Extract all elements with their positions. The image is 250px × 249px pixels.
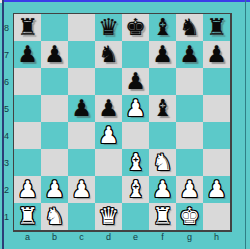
square-e5[interactable]: ♟ [122,95,149,122]
black-pawn: ♟ [44,41,65,68]
rank-label-2: 2 [0,176,13,203]
square-e1[interactable] [122,203,149,230]
white-pawn: ♟ [125,95,146,122]
square-b2[interactable]: ♟ [41,176,68,203]
black-bishop: ♝ [152,14,173,41]
square-f5[interactable]: ♝ [149,95,176,122]
square-e7[interactable] [122,41,149,68]
white-pawn: ♟ [179,176,200,203]
square-b8[interactable] [41,14,68,41]
black-bishop: ♝ [152,95,173,122]
square-f4[interactable] [149,122,176,149]
white-pawn: ♟ [17,176,38,203]
black-pawn: ♟ [71,95,92,122]
rank-label-1: 1 [0,203,13,230]
file-label-g: g [176,232,203,244]
chess-board[interactable]: ♜♛♚♝♞♜♟♟♞♟♟♟♟♟♟♟♝♟♝♞♟♟♟♝♟♟♟♜♞♛♜♚ [13,13,232,232]
black-pawn: ♟ [17,41,38,68]
rank-label-5: 5 [0,95,13,122]
square-f6[interactable] [149,68,176,95]
file-label-h: h [203,232,230,244]
rank-label-8: 8 [0,14,13,41]
square-d1[interactable]: ♛ [95,203,122,230]
file-label-e: e [122,232,149,244]
square-e2[interactable]: ♝ [122,176,149,203]
square-d5[interactable]: ♟ [95,95,122,122]
black-rook: ♜ [206,14,227,41]
square-h1[interactable] [203,203,230,230]
square-f1[interactable]: ♜ [149,203,176,230]
square-h3[interactable] [203,149,230,176]
square-c5[interactable]: ♟ [68,95,95,122]
square-a5[interactable] [14,95,41,122]
white-pawn: ♟ [206,176,227,203]
square-b4[interactable] [41,122,68,149]
square-g6[interactable] [176,68,203,95]
black-knight: ♞ [98,41,119,68]
square-a1[interactable]: ♜ [14,203,41,230]
white-pawn: ♟ [152,176,173,203]
square-g2[interactable]: ♟ [176,176,203,203]
file-label-d: d [95,232,122,244]
black-pawn: ♟ [206,41,227,68]
square-e4[interactable] [122,122,149,149]
white-bishop: ♝ [125,149,146,176]
file-label-c: c [68,232,95,244]
square-f3[interactable]: ♞ [149,149,176,176]
square-c1[interactable] [68,203,95,230]
white-rook: ♜ [17,203,38,230]
black-queen: ♛ [98,14,119,41]
white-bishop: ♝ [125,176,146,203]
square-b5[interactable] [41,95,68,122]
square-c4[interactable] [68,122,95,149]
square-g4[interactable] [176,122,203,149]
square-a6[interactable] [14,68,41,95]
square-h6[interactable] [203,68,230,95]
square-h2[interactable]: ♟ [203,176,230,203]
black-pawn: ♟ [179,41,200,68]
rank-labels: 87654321 [0,14,13,230]
window-frame-top [3,0,250,2]
square-b3[interactable] [41,149,68,176]
square-e6[interactable]: ♟ [122,68,149,95]
rank-label-7: 7 [0,41,13,68]
square-e8[interactable]: ♚ [122,14,149,41]
square-g3[interactable] [176,149,203,176]
square-d2[interactable] [95,176,122,203]
chess-app-window: 87654321 ♜♛♚♝♞♜♟♟♞♟♟♟♟♟♟♟♝♟♝♞♟♟♟♝♟♟♟♜♞♛♜… [0,0,250,249]
file-label-b: b [41,232,68,244]
rank-label-6: 6 [0,68,13,95]
square-h4[interactable] [203,122,230,149]
square-e3[interactable]: ♝ [122,149,149,176]
black-pawn: ♟ [98,95,119,122]
square-h7[interactable]: ♟ [203,41,230,68]
square-h8[interactable]: ♜ [203,14,230,41]
black-pawn: ♟ [152,41,173,68]
rank-label-4: 4 [0,122,13,149]
square-f8[interactable]: ♝ [149,14,176,41]
square-c2[interactable]: ♟ [68,176,95,203]
square-c7[interactable] [68,41,95,68]
white-queen: ♛ [98,203,119,230]
square-a4[interactable] [14,122,41,149]
square-a8[interactable]: ♜ [14,14,41,41]
white-rook: ♜ [152,203,173,230]
square-f7[interactable]: ♟ [149,41,176,68]
square-a2[interactable]: ♟ [14,176,41,203]
square-h5[interactable] [203,95,230,122]
white-pawn: ♟ [71,176,92,203]
square-g7[interactable]: ♟ [176,41,203,68]
square-g5[interactable] [176,95,203,122]
square-b6[interactable] [41,68,68,95]
square-b1[interactable]: ♞ [41,203,68,230]
square-d7[interactable]: ♞ [95,41,122,68]
black-rook: ♜ [17,14,38,41]
square-d4[interactable]: ♟ [95,122,122,149]
rank-label-3: 3 [0,149,13,176]
square-a7[interactable]: ♟ [14,41,41,68]
black-knight: ♞ [179,14,200,41]
square-d3[interactable] [95,149,122,176]
square-g1[interactable]: ♚ [176,203,203,230]
square-c8[interactable] [68,14,95,41]
square-a3[interactable] [14,149,41,176]
white-king: ♚ [179,203,200,230]
square-d6[interactable] [95,68,122,95]
white-knight: ♞ [44,203,65,230]
square-d8[interactable]: ♛ [95,14,122,41]
white-knight: ♞ [152,149,173,176]
square-f2[interactable]: ♟ [149,176,176,203]
black-king: ♚ [125,14,146,41]
square-c3[interactable] [68,149,95,176]
square-g8[interactable]: ♞ [176,14,203,41]
window-frame-right [245,0,246,249]
square-b7[interactable]: ♟ [41,41,68,68]
black-pawn: ♟ [125,68,146,95]
square-c6[interactable] [68,68,95,95]
file-labels: abcdefgh [14,232,230,244]
file-label-f: f [149,232,176,244]
white-pawn: ♟ [44,176,65,203]
white-pawn: ♟ [98,122,119,149]
file-label-a: a [14,232,41,244]
